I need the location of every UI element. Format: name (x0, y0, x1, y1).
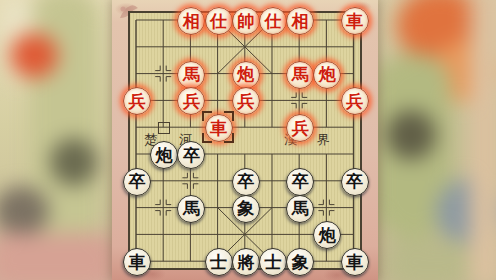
board-panel: 楚河 漢界 相仕帥仕相車馬炮馬炮兵兵兵兵車兵炮卒卒卒卒卒馬象馬炮車士將士象車 (112, 0, 378, 280)
piece-black-soldier[interactable]: 卒 (123, 168, 151, 196)
piece-black-chariot[interactable]: 車 (341, 248, 369, 276)
piece-black-cannon[interactable]: 炮 (150, 141, 178, 169)
piece-black-soldier[interactable]: 卒 (232, 168, 260, 196)
piece-red-horse[interactable]: 馬 (177, 61, 205, 89)
blur-blob (470, 0, 496, 280)
piece-black-advisor[interactable]: 士 (205, 248, 233, 276)
xiangqi-board[interactable]: 楚河 漢界 相仕帥仕相車馬炮馬炮兵兵兵兵車兵炮卒卒卒卒卒馬象馬炮車士將士象車 (128, 11, 362, 270)
blurred-backdrop-left (0, 0, 114, 280)
blur-blob (0, 233, 114, 280)
piece-black-horse[interactable]: 馬 (286, 195, 314, 223)
piece-red-soldier[interactable]: 兵 (341, 87, 369, 115)
blur-blob (386, 238, 471, 280)
piece-red-chariot[interactable]: 車 (341, 7, 369, 35)
piece-black-king[interactable]: 將 (232, 248, 260, 276)
piece-red-elephant[interactable]: 相 (286, 7, 314, 35)
blur-blobs-left (0, 0, 114, 280)
piece-red-advisor[interactable]: 仕 (259, 7, 287, 35)
piece-black-horse[interactable]: 馬 (177, 195, 205, 223)
piece-black-elephant[interactable]: 象 (232, 195, 260, 223)
piece-red-king[interactable]: 帥 (232, 7, 260, 35)
piece-red-cannon[interactable]: 炮 (232, 61, 260, 89)
video-frame: 楚河 漢界 相仕帥仕相車馬炮馬炮兵兵兵兵車兵炮卒卒卒卒卒馬象馬炮車士將士象車 (0, 0, 496, 280)
piece-black-advisor[interactable]: 士 (259, 248, 287, 276)
piece-red-chariot[interactable]: 車 (205, 114, 233, 142)
piece-red-advisor[interactable]: 仕 (205, 7, 233, 35)
blurred-backdrop-right (378, 0, 496, 280)
blur-blobs-right (378, 0, 496, 280)
piece-black-elephant[interactable]: 象 (286, 248, 314, 276)
piece-black-soldier[interactable]: 卒 (341, 168, 369, 196)
blur-blob (50, 138, 98, 186)
piece-black-soldier[interactable]: 卒 (286, 168, 314, 196)
piece-black-chariot[interactable]: 車 (123, 248, 151, 276)
blur-blob (10, 33, 58, 78)
piece-red-horse[interactable]: 馬 (286, 61, 314, 89)
blur-blob (386, 110, 436, 160)
piece-red-cannon[interactable]: 炮 (313, 61, 341, 89)
piece-red-soldier[interactable]: 兵 (232, 87, 260, 115)
last-move-origin-marker (158, 122, 170, 134)
